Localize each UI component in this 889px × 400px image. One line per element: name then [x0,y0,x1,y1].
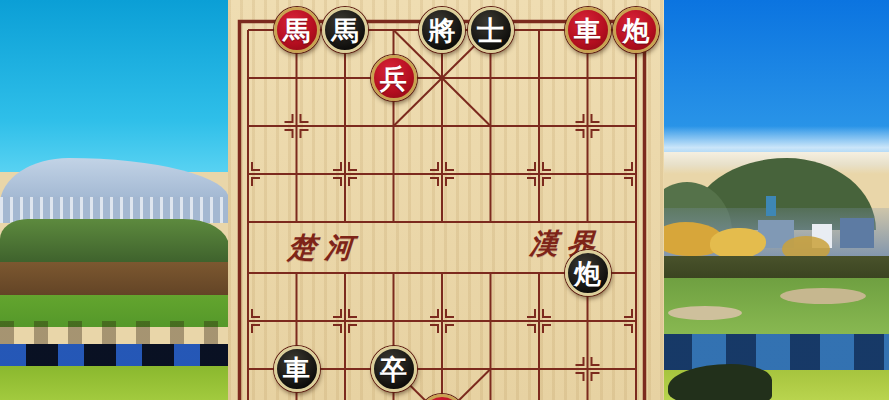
piece-glyph: 車 [283,356,310,383]
river-label-chu-he: 楚河 [287,229,364,267]
red-horse-piece[interactable]: 馬 [274,7,320,53]
red-chariot-piece[interactable]: 車 [565,7,611,53]
black-cannon-piece[interactable]: 炮 [565,250,611,296]
left-sky [0,0,229,172]
red-soldier-piece[interactable]: 兵 [371,55,417,101]
background-photo-left [0,0,229,400]
black-horse-piece[interactable]: 馬 [322,7,368,53]
board-grid-svg [228,0,664,400]
piece-glyph: 卒 [380,356,407,383]
piece-glyph: 車 [574,17,601,44]
black-soldier-piece[interactable]: 卒 [371,346,417,392]
black-chariot-piece[interactable]: 車 [274,346,320,392]
piece-glyph: 炮 [623,17,650,44]
screenshot-root: 楚河 漢界 馬馬將士車炮兵炮車卒帥 [0,0,889,400]
piece-glyph: 士 [477,17,504,44]
black-general-piece[interactable]: 將 [419,7,465,53]
black-advisor-piece[interactable]: 士 [468,7,514,53]
right-sand-bunker [780,288,866,304]
xiangqi-board[interactable]: 楚河 漢界 馬馬將士車炮兵炮車卒帥 [228,0,664,400]
left-grass-lower [0,366,229,400]
piece-glyph: 將 [429,17,456,44]
right-autumn-tree [710,228,766,258]
piece-glyph: 炮 [574,260,601,287]
right-tower [766,196,776,216]
red-cannon-piece[interactable]: 炮 [613,7,659,53]
piece-glyph: 馬 [332,17,359,44]
piece-glyph: 兵 [380,65,407,92]
background-photo-right [662,0,889,400]
right-building-blue [840,218,874,248]
right-sand-bunker [668,306,742,320]
piece-glyph: 馬 [283,17,310,44]
